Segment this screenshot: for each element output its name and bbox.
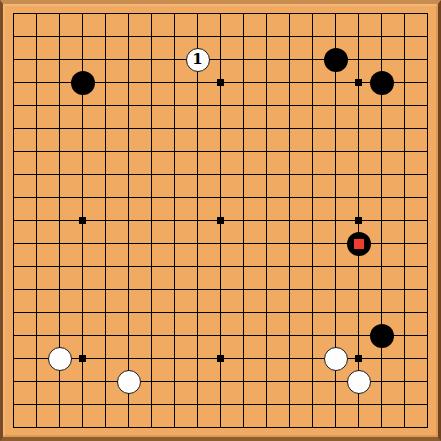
- red-square-marker: [354, 239, 364, 249]
- move-number-label: 1: [192, 52, 202, 67]
- stones-layer: 1: [2, 2, 439, 439]
- white-stone-C4[interactable]: [48, 347, 72, 371]
- white-stone-P4[interactable]: [324, 347, 348, 371]
- go-board[interactable]: 1: [0, 0, 441, 441]
- black-stone-R16[interactable]: [370, 71, 394, 95]
- white-stone-J17[interactable]: 1: [186, 48, 210, 72]
- black-stone-P17[interactable]: [324, 48, 348, 72]
- white-stone-F3[interactable]: [117, 370, 141, 394]
- white-stone-Q3[interactable]: [347, 370, 371, 394]
- black-stone-D16[interactable]: [71, 71, 95, 95]
- black-stone-R5[interactable]: [370, 324, 394, 348]
- black-stone-Q9[interactable]: [347, 232, 371, 256]
